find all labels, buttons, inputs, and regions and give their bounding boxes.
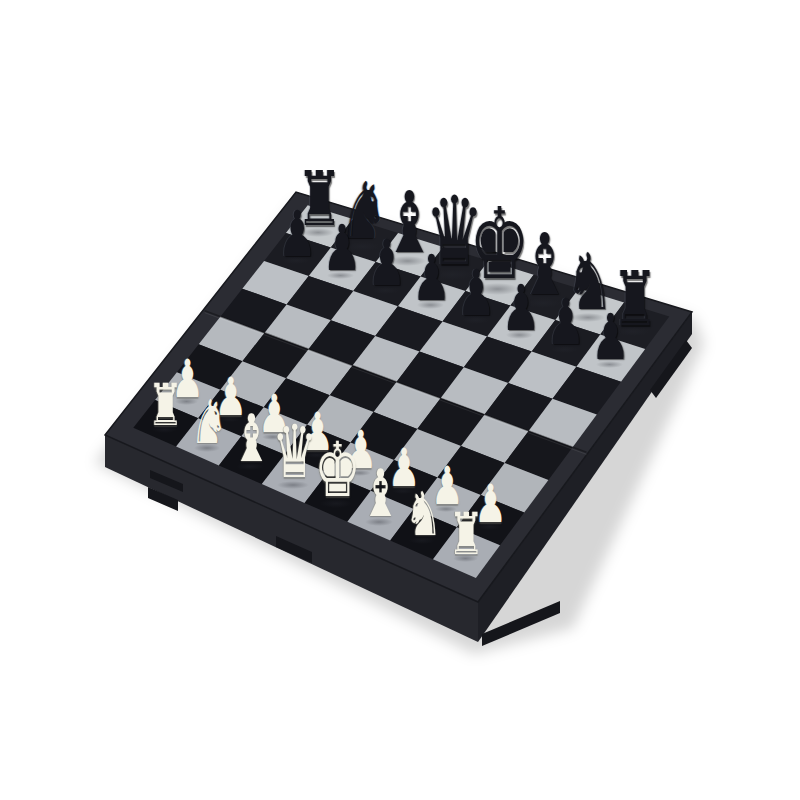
chess-board [0, 0, 800, 800]
photo-scene: ♜♞♝♛♚♝♞♜♟♟♟♟♟♟♟♟♟♟♟♟♟♟♟♟♜♞♝♛♚♝♞♜ [0, 0, 800, 800]
